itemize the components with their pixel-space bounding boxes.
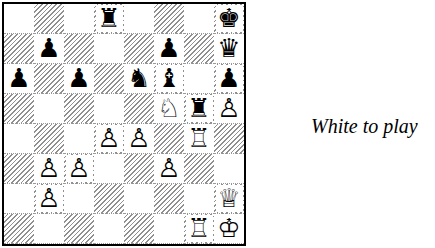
square-b5[interactable] (34, 94, 64, 124)
square-e6[interactable]: ♞ (124, 64, 154, 94)
square-a3[interactable] (4, 154, 34, 184)
square-d7[interactable] (94, 34, 124, 64)
square-f1[interactable] (154, 214, 184, 244)
square-f6[interactable]: ♝ (154, 64, 184, 94)
square-c6[interactable]: ♟ (64, 64, 94, 94)
square-b3[interactable]: ♙ (34, 154, 64, 184)
square-e2[interactable] (124, 184, 154, 214)
piece-white-king: ♔ (216, 215, 243, 242)
square-f4[interactable] (154, 124, 184, 154)
square-c1[interactable] (64, 214, 94, 244)
square-d2[interactable] (94, 184, 124, 214)
square-c3[interactable]: ♙ (64, 154, 94, 184)
square-h2[interactable]: ♕ (214, 184, 244, 214)
piece-white-rook: ♖ (186, 125, 213, 152)
square-h3[interactable] (214, 154, 244, 184)
square-e8[interactable] (124, 4, 154, 34)
square-c5[interactable] (64, 94, 94, 124)
square-d8[interactable]: ♜ (94, 4, 124, 34)
piece-black-knight: ♞ (126, 65, 153, 92)
piece-white-queen: ♕ (216, 185, 243, 212)
square-g5[interactable]: ♜ (184, 94, 214, 124)
square-c7[interactable] (64, 34, 94, 64)
square-a5[interactable] (4, 94, 34, 124)
square-h7[interactable]: ♛ (214, 34, 244, 64)
piece-white-pawn: ♙ (126, 125, 153, 152)
square-h6[interactable]: ♟ (214, 64, 244, 94)
square-a6[interactable]: ♟ (4, 64, 34, 94)
square-h8[interactable]: ♚ (214, 4, 244, 34)
piece-white-knight: ♘ (156, 95, 183, 122)
square-g8[interactable] (184, 4, 214, 34)
square-b6[interactable] (34, 64, 64, 94)
square-a2[interactable] (4, 184, 34, 214)
square-e5[interactable] (124, 94, 154, 124)
piece-white-pawn: ♙ (96, 125, 123, 152)
square-g3[interactable] (184, 154, 214, 184)
piece-black-pawn: ♟ (66, 65, 93, 92)
piece-white-rook: ♖ (186, 215, 213, 242)
square-g7[interactable] (184, 34, 214, 64)
square-d5[interactable] (94, 94, 124, 124)
square-d3[interactable] (94, 154, 124, 184)
square-h1[interactable]: ♔ (214, 214, 244, 244)
square-d6[interactable] (94, 64, 124, 94)
square-b8[interactable] (34, 4, 64, 34)
piece-black-rook: ♜ (96, 5, 123, 32)
square-b4[interactable] (34, 124, 64, 154)
chess-board-frame: ♜♚♟♟♛♟♟♞♝♟♘♜♙♙♙♖♙♙♙♙♕♖♔ (2, 2, 246, 246)
piece-black-rook: ♜ (186, 95, 213, 122)
piece-black-pawn: ♟ (36, 35, 63, 62)
piece-white-pawn: ♙ (216, 95, 243, 122)
square-g2[interactable] (184, 184, 214, 214)
square-e7[interactable] (124, 34, 154, 64)
piece-white-pawn: ♙ (36, 185, 63, 212)
square-f2[interactable] (154, 184, 184, 214)
square-f7[interactable]: ♟ (154, 34, 184, 64)
square-b1[interactable] (34, 214, 64, 244)
square-h5[interactable]: ♙ (214, 94, 244, 124)
square-a4[interactable] (4, 124, 34, 154)
piece-white-pawn: ♙ (36, 155, 63, 182)
piece-black-pawn: ♟ (156, 35, 183, 62)
square-f3[interactable]: ♙ (154, 154, 184, 184)
square-f5[interactable]: ♘ (154, 94, 184, 124)
square-g1[interactable]: ♖ (184, 214, 214, 244)
square-a1[interactable] (4, 214, 34, 244)
square-d1[interactable] (94, 214, 124, 244)
piece-white-pawn: ♙ (156, 155, 183, 182)
piece-black-king: ♚ (216, 5, 243, 32)
square-c2[interactable] (64, 184, 94, 214)
square-g6[interactable] (184, 64, 214, 94)
square-g4[interactable]: ♖ (184, 124, 214, 154)
piece-black-queen: ♛ (216, 35, 243, 62)
square-c8[interactable] (64, 4, 94, 34)
square-d4[interactable]: ♙ (94, 124, 124, 154)
piece-white-pawn: ♙ (66, 155, 93, 182)
square-h4[interactable] (214, 124, 244, 154)
square-b7[interactable]: ♟ (34, 34, 64, 64)
square-e3[interactable] (124, 154, 154, 184)
square-a7[interactable] (4, 34, 34, 64)
chess-board: ♜♚♟♟♛♟♟♞♝♟♘♜♙♙♙♖♙♙♙♙♕♖♔ (4, 4, 244, 244)
piece-black-bishop: ♝ (156, 65, 183, 92)
square-a8[interactable] (4, 4, 34, 34)
square-c4[interactable] (64, 124, 94, 154)
square-b2[interactable]: ♙ (34, 184, 64, 214)
side-to-move-caption: White to play (311, 115, 435, 138)
piece-black-pawn: ♟ (216, 65, 243, 92)
piece-black-pawn: ♟ (6, 65, 33, 92)
square-f8[interactable] (154, 4, 184, 34)
square-e1[interactable] (124, 214, 154, 244)
square-e4[interactable]: ♙ (124, 124, 154, 154)
